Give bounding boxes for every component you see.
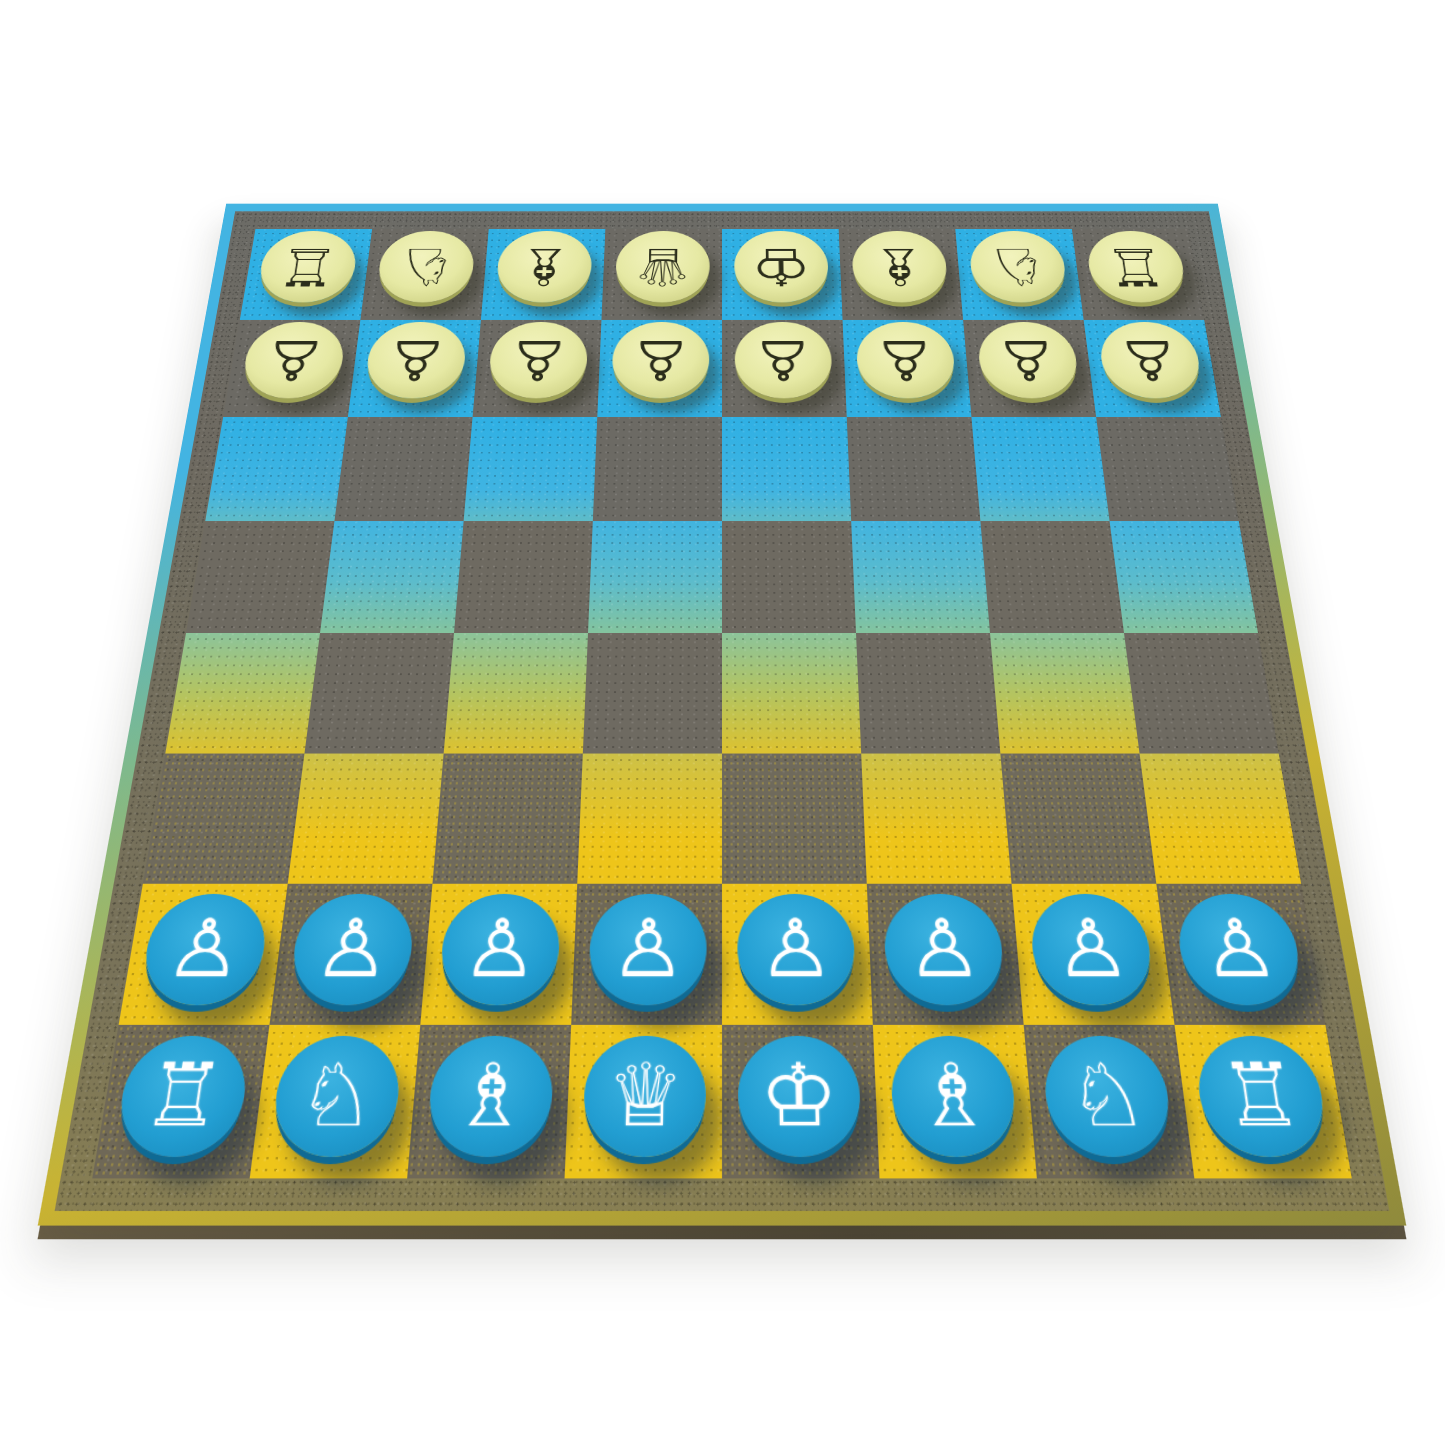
piece-yellow-queen-d8[interactable]: ♕: [615, 231, 710, 302]
pawn-glyph: ♙: [855, 322, 957, 398]
bishop-glyph: ♗: [495, 231, 593, 302]
square-g2[interactable]: ♙: [1012, 884, 1175, 1025]
rook-glyph: ♖: [1084, 231, 1188, 302]
piece-yellow-rook-a8[interactable]: ♖: [255, 231, 359, 302]
square-b8[interactable]: ♘: [360, 229, 488, 320]
pawn-glyph: ♙: [138, 894, 272, 1005]
square-d7[interactable]: ♙: [597, 320, 722, 417]
piece-yellow-rook-h8[interactable]: ♖: [1084, 231, 1188, 302]
square-h3[interactable]: [1140, 754, 1302, 884]
piece-yellow-pawn-g7[interactable]: ♙: [976, 322, 1081, 398]
board-frame: ♖♘♗♕♔♗♘♖♙♙♙♙♙♙♙♙♙♙♙♙♙♙♙♙♖♘♗♕♔♗♘♖: [55, 211, 1390, 1211]
piece-blue-pawn-c2[interactable]: ♙: [438, 894, 562, 1005]
bishop-glyph: ♗: [425, 1036, 555, 1157]
square-b5[interactable]: [320, 521, 464, 633]
knight-glyph: ♘: [269, 1036, 404, 1157]
rook-glyph: ♖: [255, 231, 359, 302]
square-b6[interactable]: [334, 417, 472, 521]
square-h6[interactable]: [1096, 417, 1239, 521]
pawn-glyph: ♙: [611, 322, 709, 398]
pawn-glyph: ♙: [1028, 894, 1157, 1005]
piece-yellow-pawn-d7[interactable]: ♙: [611, 322, 709, 398]
square-a1[interactable]: ♖: [92, 1025, 269, 1178]
knight-glyph: ♘: [968, 231, 1069, 302]
square-c4[interactable]: [444, 633, 588, 754]
square-h7[interactable]: ♙: [1084, 320, 1221, 417]
square-a7[interactable]: ♙: [223, 320, 360, 417]
square-f8[interactable]: ♗: [839, 229, 963, 320]
piece-blue-pawn-a2[interactable]: ♙: [138, 894, 272, 1005]
knight-glyph: ♘: [1040, 1036, 1175, 1157]
square-b1[interactable]: ♘: [250, 1025, 421, 1178]
queen-glyph: ♕: [582, 1036, 706, 1157]
piece-blue-rook-a1[interactable]: ♖: [112, 1036, 252, 1157]
chess-board-scene: ♖♘♗♕♔♗♘♖♙♙♙♙♙♙♙♙♙♙♙♙♙♙♙♙♖♘♗♕♔♗♘♖: [38, 204, 1407, 1226]
square-a6[interactable]: [205, 417, 348, 521]
square-h5[interactable]: [1110, 521, 1258, 633]
square-h2[interactable]: ♙: [1156, 884, 1325, 1025]
piece-blue-king-e1[interactable]: ♔: [738, 1036, 862, 1157]
square-g7[interactable]: ♙: [963, 320, 1096, 417]
square-g4[interactable]: [990, 633, 1140, 754]
king-glyph: ♔: [734, 231, 829, 302]
piece-yellow-bishop-f8[interactable]: ♗: [851, 231, 949, 302]
piece-blue-knight-g1[interactable]: ♘: [1040, 1036, 1175, 1157]
rook-glyph: ♖: [112, 1036, 252, 1157]
square-e4[interactable]: [722, 633, 861, 754]
square-a8[interactable]: ♖: [240, 229, 372, 320]
square-d6[interactable]: [593, 417, 722, 521]
square-h1[interactable]: ♖: [1175, 1025, 1352, 1178]
square-f7[interactable]: ♙: [843, 320, 972, 417]
square-e5[interactable]: [722, 521, 856, 633]
square-e8[interactable]: ♔: [722, 229, 843, 320]
piece-blue-pawn-h2[interactable]: ♙: [1173, 894, 1307, 1005]
square-e3[interactable]: [722, 754, 867, 884]
square-d8[interactable]: ♕: [601, 229, 722, 320]
piece-blue-rook-h1[interactable]: ♖: [1192, 1036, 1332, 1157]
piece-yellow-knight-b8[interactable]: ♘: [375, 231, 476, 302]
pawn-glyph: ♙: [976, 322, 1081, 398]
pawn-glyph: ♙: [487, 322, 589, 398]
piece-yellow-pawn-a7[interactable]: ♙: [239, 322, 347, 398]
board-painted-edge: ♖♘♗♕♔♗♘♖♙♙♙♙♙♙♙♙♙♙♙♙♙♙♙♙♖♘♗♕♔♗♘♖: [38, 204, 1407, 1226]
square-f2[interactable]: ♙: [867, 884, 1024, 1025]
square-a4[interactable]: [165, 633, 320, 754]
piece-blue-bishop-c1[interactable]: ♗: [425, 1036, 555, 1157]
square-e1[interactable]: ♔: [722, 1025, 879, 1178]
piece-yellow-pawn-f7[interactable]: ♙: [855, 322, 957, 398]
pawn-glyph: ♙: [1096, 322, 1204, 398]
queen-glyph: ♕: [615, 231, 710, 302]
square-e7[interactable]: ♙: [722, 320, 847, 417]
piece-yellow-bishop-c8[interactable]: ♗: [495, 231, 593, 302]
piece-yellow-king-e8[interactable]: ♔: [734, 231, 829, 302]
rook-glyph: ♖: [1192, 1036, 1332, 1157]
square-c8[interactable]: ♗: [481, 229, 605, 320]
square-d3[interactable]: [577, 754, 722, 884]
square-d2[interactable]: ♙: [571, 884, 722, 1025]
king-glyph: ♔: [738, 1036, 862, 1157]
square-c6[interactable]: [464, 417, 598, 521]
square-a3[interactable]: [143, 754, 305, 884]
square-c7[interactable]: ♙: [473, 320, 602, 417]
piece-yellow-pawn-e7[interactable]: ♙: [735, 322, 833, 398]
square-a2[interactable]: ♙: [119, 884, 288, 1025]
pawn-glyph: ♙: [735, 322, 833, 398]
pawn-glyph: ♙: [1173, 894, 1307, 1005]
square-g5[interactable]: [980, 521, 1124, 633]
bishop-glyph: ♗: [851, 231, 949, 302]
square-d1[interactable]: ♕: [565, 1025, 722, 1178]
piece-blue-knight-b1[interactable]: ♘: [269, 1036, 404, 1157]
piece-blue-pawn-b2[interactable]: ♙: [288, 894, 417, 1005]
bishop-glyph: ♗: [889, 1036, 1019, 1157]
square-b2[interactable]: ♙: [269, 884, 432, 1025]
square-c2[interactable]: ♙: [420, 884, 577, 1025]
square-d4[interactable]: [583, 633, 722, 754]
square-a5[interactable]: [186, 521, 334, 633]
square-b4[interactable]: [304, 633, 454, 754]
piece-blue-pawn-d2[interactable]: ♙: [588, 894, 707, 1005]
piece-blue-bishop-f1[interactable]: ♗: [889, 1036, 1019, 1157]
square-f1[interactable]: ♗: [873, 1025, 1037, 1178]
pawn-glyph: ♙: [288, 894, 417, 1005]
pawn-glyph: ♙: [882, 894, 1006, 1005]
piece-blue-pawn-f2[interactable]: ♙: [882, 894, 1006, 1005]
square-f4[interactable]: [856, 633, 1000, 754]
pawn-glyph: ♙: [737, 894, 856, 1005]
square-f6[interactable]: [847, 417, 981, 521]
square-e6[interactable]: [722, 417, 851, 521]
knight-glyph: ♘: [375, 231, 476, 302]
pawn-glyph: ♙: [438, 894, 562, 1005]
piece-yellow-pawn-h7[interactable]: ♙: [1096, 322, 1204, 398]
board-grid: ♖♘♗♕♔♗♘♖♙♙♙♙♙♙♙♙♙♙♙♙♙♙♙♙♖♘♗♕♔♗♘♖: [92, 229, 1352, 1178]
pawn-glyph: ♙: [588, 894, 707, 1005]
square-c1[interactable]: ♗: [407, 1025, 571, 1178]
square-f3[interactable]: [861, 754, 1011, 884]
square-g1[interactable]: ♘: [1024, 1025, 1195, 1178]
pawn-glyph: ♙: [239, 322, 347, 398]
square-g8[interactable]: ♘: [955, 229, 1083, 320]
piece-yellow-knight-g8[interactable]: ♘: [968, 231, 1069, 302]
piece-blue-pawn-g2[interactable]: ♙: [1028, 894, 1157, 1005]
square-h4[interactable]: [1124, 633, 1279, 754]
pawn-glyph: ♙: [363, 322, 468, 398]
square-g6[interactable]: [971, 417, 1109, 521]
square-d5[interactable]: [588, 521, 722, 633]
piece-yellow-pawn-b7[interactable]: ♙: [363, 322, 468, 398]
piece-blue-pawn-e2[interactable]: ♙: [737, 894, 856, 1005]
piece-blue-queen-d1[interactable]: ♕: [582, 1036, 706, 1157]
square-h8[interactable]: ♖: [1072, 229, 1204, 320]
square-c5[interactable]: [454, 521, 593, 633]
square-f5[interactable]: [851, 521, 990, 633]
square-c3[interactable]: [432, 754, 582, 884]
square-b3[interactable]: [288, 754, 444, 884]
piece-yellow-pawn-c7[interactable]: ♙: [487, 322, 589, 398]
square-b7[interactable]: ♙: [348, 320, 481, 417]
square-g3[interactable]: [1000, 754, 1156, 884]
square-e2[interactable]: ♙: [722, 884, 873, 1025]
